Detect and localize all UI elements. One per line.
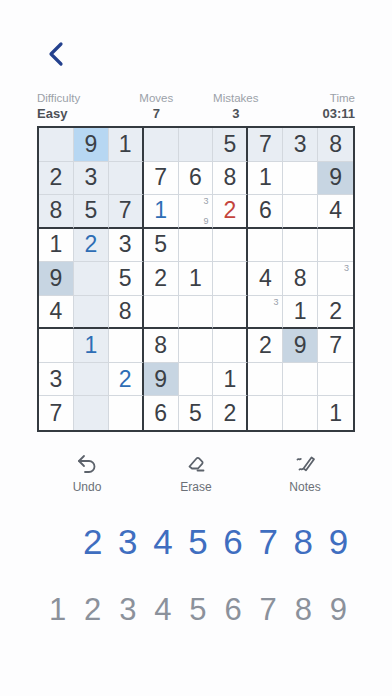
moves-label: Moves (117, 92, 197, 106)
pencil-notes: 39 (180, 196, 212, 226)
undo-button[interactable]: Undo (55, 452, 119, 504)
cell-r7c6[interactable] (213, 329, 248, 363)
cell-r6c3[interactable]: 8 (109, 296, 144, 330)
note-digit: 3 (271, 297, 282, 307)
cell-r5c4[interactable]: 2 (144, 262, 179, 296)
digit: 6 (189, 164, 202, 191)
cell-r5c9[interactable]: 3 (318, 262, 353, 296)
cell-r6c2[interactable] (74, 296, 109, 330)
back-button[interactable] (40, 38, 74, 72)
cell-r1c3[interactable]: 1 (109, 128, 144, 162)
cell-r9c5[interactable]: 5 (179, 396, 214, 430)
cell-r2c7[interactable]: 1 (248, 162, 283, 196)
digit: 1 (223, 366, 236, 393)
digit: 5 (84, 197, 97, 224)
cell-r6c4[interactable] (144, 296, 179, 330)
numpad-notes-8[interactable]: 8 (286, 592, 321, 628)
numpad-notes-4[interactable]: 4 (145, 592, 180, 628)
digit: 2 (259, 332, 272, 359)
numpad-main-5[interactable]: 5 (180, 522, 215, 562)
stats-bar: Difficulty Easy Moves 7 Mistakes 3 Time … (37, 92, 355, 124)
digit: 9 (84, 131, 97, 158)
digit: 5 (154, 231, 167, 258)
numpad-notes-6[interactable]: 6 (216, 592, 251, 628)
cell-r3c5[interactable]: 39 (179, 195, 214, 229)
cell-r5c2[interactable] (74, 262, 109, 296)
cell-r2c8[interactable] (283, 162, 318, 196)
cell-r1c7[interactable]: 7 (248, 128, 283, 162)
digit: 5 (189, 400, 202, 427)
digit: 2 (154, 265, 167, 292)
cell-r7c8[interactable]: 9 (283, 329, 318, 363)
cell-r2c1[interactable]: 2 (39, 162, 74, 196)
difficulty-label: Difficulty (37, 92, 117, 106)
cell-r9c7[interactable] (248, 396, 283, 430)
numpad-main-7[interactable]: 7 (251, 522, 286, 562)
digit: 1 (119, 131, 132, 158)
cell-r4c8[interactable] (283, 229, 318, 263)
digit: 1 (50, 231, 63, 258)
undo-arrow-icon (75, 452, 99, 476)
digit: 2 (329, 298, 342, 325)
numpad-notes-5[interactable]: 5 (180, 592, 215, 628)
cell-r1c2[interactable]: 9 (74, 128, 109, 162)
digit: 7 (154, 164, 167, 191)
digit: 1 (259, 164, 272, 191)
cell-r6c6[interactable] (213, 296, 248, 330)
digit: 4 (50, 298, 63, 325)
cell-r9c8[interactable] (283, 396, 318, 430)
cell-r9c2[interactable] (74, 396, 109, 430)
digit: 1 (329, 400, 342, 427)
numpad-notes-7[interactable]: 7 (251, 592, 286, 628)
digit: 4 (329, 197, 342, 224)
digit: 6 (259, 197, 272, 224)
cell-r4c5[interactable] (179, 229, 214, 263)
digit: 2 (84, 231, 97, 258)
stat-time: Time 03:11 (276, 92, 356, 124)
cell-r1c4[interactable] (144, 128, 179, 162)
cell-r3c1[interactable]: 8 (39, 195, 74, 229)
digit: 6 (154, 400, 167, 427)
mistakes-label: Mistakes (196, 92, 276, 106)
digit: 9 (329, 164, 342, 191)
time-label: Time (276, 92, 356, 106)
digit: 8 (329, 131, 342, 158)
cell-r1c9[interactable]: 8 (318, 128, 353, 162)
cell-r5c7[interactable]: 4 (248, 262, 283, 296)
cell-r3c6[interactable]: 2 (213, 195, 248, 229)
cell-r8c4[interactable]: 9 (144, 363, 179, 397)
cell-r2c2[interactable]: 3 (74, 162, 109, 196)
notes-label: Notes (289, 480, 320, 494)
digit: 1 (84, 332, 97, 359)
number-pad-main: 23456789 (40, 519, 356, 565)
stat-moves: Moves 7 (117, 92, 197, 124)
cell-r3c7[interactable]: 6 (248, 195, 283, 229)
numpad-main-9[interactable]: 9 (321, 522, 356, 562)
cell-r5c3[interactable]: 5 (109, 262, 144, 296)
cell-r3c4[interactable]: 1 (144, 195, 179, 229)
cell-r9c1[interactable]: 7 (39, 396, 74, 430)
cell-r8c3[interactable]: 2 (109, 363, 144, 397)
numpad-main-3[interactable]: 3 (110, 522, 145, 562)
cell-r4c7[interactable] (248, 229, 283, 263)
cell-r8c2[interactable] (74, 363, 109, 397)
digit: 7 (259, 131, 272, 158)
digit: 1 (189, 265, 202, 292)
digit: 1 (154, 197, 167, 224)
cell-r2c9[interactable]: 9 (318, 162, 353, 196)
digit: 3 (119, 231, 132, 258)
cell-r4c4[interactable]: 5 (144, 229, 179, 263)
cell-r6c1[interactable]: 4 (39, 296, 74, 330)
action-bar: Undo Erase Notes (37, 452, 355, 504)
pencil-notes-icon (293, 452, 317, 476)
digit: 8 (223, 164, 236, 191)
stat-difficulty: Difficulty Easy (37, 92, 117, 124)
cell-r8c9[interactable] (318, 363, 353, 397)
digit: 9 (50, 265, 63, 292)
sudoku-board: 9157382376819857139264123595214834831218… (37, 126, 355, 432)
digit: 8 (50, 197, 63, 224)
digit: 2 (223, 197, 236, 224)
cell-r6c9[interactable]: 2 (318, 296, 353, 330)
cell-r8c7[interactable] (248, 363, 283, 397)
digit: 1 (294, 298, 307, 325)
digit: 8 (119, 298, 132, 325)
cell-r8c1[interactable]: 3 (39, 363, 74, 397)
moves-value: 7 (117, 106, 197, 122)
cell-r1c6[interactable]: 5 (213, 128, 248, 162)
digit: 7 (119, 197, 132, 224)
numpad-main-2[interactable]: 2 (75, 522, 110, 562)
cell-r1c1[interactable] (39, 128, 74, 162)
mistakes-value: 3 (196, 106, 276, 122)
cell-r5c6[interactable] (213, 262, 248, 296)
note-digit: 3 (341, 263, 352, 273)
digit: 9 (154, 366, 167, 393)
cell-r7c7[interactable]: 2 (248, 329, 283, 363)
pencil-notes: 3 (319, 263, 352, 294)
digit: 2 (119, 366, 132, 393)
numpad-notes-1[interactable]: 1 (40, 592, 75, 628)
cell-r3c2[interactable]: 5 (74, 195, 109, 229)
cell-r9c4[interactable]: 6 (144, 396, 179, 430)
digit: 5 (119, 265, 132, 292)
cell-r2c6[interactable]: 8 (213, 162, 248, 196)
cell-r4c1[interactable]: 1 (39, 229, 74, 263)
cell-r8c8[interactable] (283, 363, 318, 397)
digit: 3 (50, 366, 63, 393)
note-digit: 9 (201, 216, 212, 226)
numpad-main-6[interactable]: 6 (216, 522, 251, 562)
notes-button[interactable]: Notes (273, 452, 337, 504)
cell-r4c9[interactable] (318, 229, 353, 263)
erase-button[interactable]: Erase (164, 452, 228, 504)
cell-r6c8[interactable]: 1 (283, 296, 318, 330)
numpad-notes-3[interactable]: 3 (110, 592, 145, 628)
cell-r7c3[interactable] (109, 329, 144, 363)
difficulty-value: Easy (37, 106, 117, 122)
digit: 9 (294, 332, 307, 359)
stat-mistakes: Mistakes 3 (196, 92, 276, 124)
cell-r8c5[interactable] (179, 363, 214, 397)
cell-r6c7[interactable]: 3 (248, 296, 283, 330)
cell-r7c2[interactable]: 1 (74, 329, 109, 363)
cell-r7c9[interactable]: 7 (318, 329, 353, 363)
numpad-main-8[interactable]: 8 (286, 522, 321, 562)
cell-r8c6[interactable]: 1 (213, 363, 248, 397)
cell-r6c5[interactable] (179, 296, 214, 330)
digit: 3 (294, 131, 307, 158)
cell-r4c6[interactable] (213, 229, 248, 263)
cell-r4c2[interactable]: 2 (74, 229, 109, 263)
pencil-notes: 3 (249, 297, 281, 327)
time-value: 03:11 (276, 106, 356, 122)
digit: 8 (294, 265, 307, 292)
note-digit: 3 (201, 196, 212, 206)
eraser-icon (184, 452, 208, 476)
cell-r3c9[interactable]: 4 (318, 195, 353, 229)
numpad-notes-9[interactable]: 9 (321, 592, 356, 628)
cell-r3c8[interactable] (283, 195, 318, 229)
digit: 3 (84, 164, 97, 191)
numpad-notes-2[interactable]: 2 (75, 592, 110, 628)
cell-r2c4[interactable]: 7 (144, 162, 179, 196)
cell-r9c3[interactable] (109, 396, 144, 430)
chevron-left-icon (42, 39, 72, 69)
cell-r4c3[interactable]: 3 (109, 229, 144, 263)
digit: 5 (223, 131, 236, 158)
number-pad-notes: 123456789 (40, 590, 356, 630)
cell-r9c6[interactable]: 2 (213, 396, 248, 430)
cell-r5c5[interactable]: 1 (179, 262, 214, 296)
cell-r7c5[interactable] (179, 329, 214, 363)
cell-r7c1[interactable] (39, 329, 74, 363)
digit: 8 (154, 332, 167, 359)
undo-label: Undo (73, 480, 102, 494)
cell-r1c5[interactable] (179, 128, 214, 162)
digit: 2 (223, 400, 236, 427)
cell-r5c8[interactable]: 8 (283, 262, 318, 296)
digit: 7 (329, 332, 342, 359)
numpad-main-4[interactable]: 4 (145, 522, 180, 562)
digit: 2 (50, 164, 63, 191)
cell-r9c9[interactable]: 1 (318, 396, 353, 430)
cell-r1c8[interactable]: 3 (283, 128, 318, 162)
cell-r2c5[interactable]: 6 (179, 162, 214, 196)
cell-r2c3[interactable] (109, 162, 144, 196)
digit: 7 (50, 400, 63, 427)
digit: 4 (259, 265, 272, 292)
cell-r7c4[interactable]: 8 (144, 329, 179, 363)
cell-r5c1[interactable]: 9 (39, 262, 74, 296)
erase-label: Erase (180, 480, 211, 494)
cell-r3c3[interactable]: 7 (109, 195, 144, 229)
